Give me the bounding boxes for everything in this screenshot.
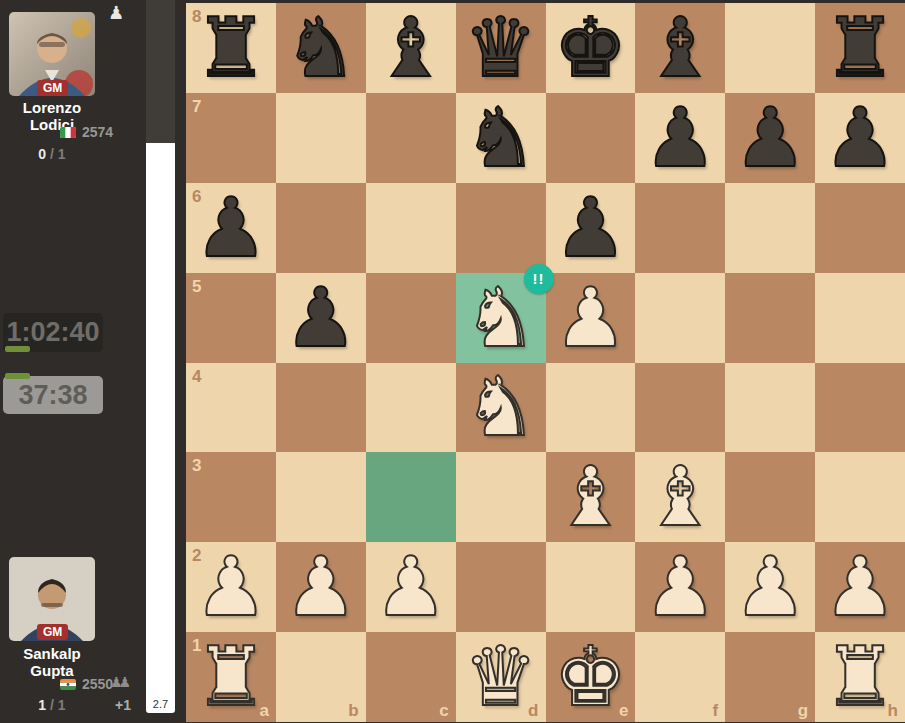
square-g3[interactable] <box>725 452 815 542</box>
piece-white-bishop[interactable]: ♝ <box>554 456 628 538</box>
clock-bottom-player: 37:38 <box>3 376 103 414</box>
file-label-c: c <box>439 702 448 719</box>
clock-increment-bar-top <box>5 346 30 352</box>
square-e2[interactable] <box>546 542 636 632</box>
piece-black-pawn[interactable]: ♟ <box>194 187 268 269</box>
square-h1[interactable]: h♜ <box>815 632 905 722</box>
rank-label-5: 5 <box>192 278 201 295</box>
square-b4[interactable] <box>276 363 366 453</box>
square-d8[interactable]: ♛ <box>456 3 546 93</box>
square-d6[interactable] <box>456 183 546 273</box>
piece-black-king[interactable]: ♚ <box>554 7 628 89</box>
piece-white-queen[interactable]: ♛ <box>464 636 538 718</box>
square-c3[interactable] <box>366 452 456 542</box>
square-g5[interactable] <box>725 273 815 363</box>
square-c7[interactable] <box>366 93 456 183</box>
square-c6[interactable] <box>366 183 456 273</box>
score-total-top: / 1 <box>50 146 66 162</box>
file-label-h: h <box>888 702 898 719</box>
evaluation-score: 2.7 <box>146 698 175 710</box>
square-c8[interactable]: ♝ <box>366 3 456 93</box>
square-a1[interactable]: 1a♜ <box>186 632 276 722</box>
square-b5[interactable]: ♟ <box>276 273 366 363</box>
clock-top-player: 1:02:40 <box>3 313 103 352</box>
evaluation-bar: 2.7 <box>146 0 175 713</box>
square-b7[interactable] <box>276 93 366 183</box>
square-h2[interactable]: ♟ <box>815 542 905 632</box>
piece-white-king[interactable]: ♚ <box>554 636 628 718</box>
piece-black-knight[interactable]: ♞ <box>464 97 538 179</box>
square-d5[interactable]: !!♞ <box>456 273 546 363</box>
evaluation-bar-black-section <box>146 0 175 143</box>
piece-black-rook[interactable]: ♜ <box>194 7 268 89</box>
piece-white-pawn[interactable]: ♟ <box>284 546 358 628</box>
square-c5[interactable] <box>366 273 456 363</box>
square-c1[interactable]: c <box>366 632 456 722</box>
rank-label-6: 6 <box>192 188 201 205</box>
rating-bottom: 2550 <box>82 676 113 692</box>
square-e3[interactable]: ♝ <box>546 452 636 542</box>
rating-row-top: 2574 <box>60 124 113 140</box>
members-pair-icon: ♟♟ <box>110 675 127 689</box>
piece-white-pawn[interactable]: ♟ <box>374 546 448 628</box>
square-h7[interactable]: ♟ <box>815 93 905 183</box>
square-d4[interactable]: ♞ <box>456 363 546 453</box>
piece-white-pawn[interactable]: ♟ <box>644 546 718 628</box>
square-e6[interactable]: ♟ <box>546 183 636 273</box>
square-g2[interactable]: ♟ <box>725 542 815 632</box>
square-a2[interactable]: 2♟ <box>186 542 276 632</box>
piece-black-rook[interactable]: ♜ <box>823 7 897 89</box>
square-f7[interactable]: ♟ <box>635 93 725 183</box>
piece-black-bishop[interactable]: ♝ <box>644 7 718 89</box>
score-total-bottom: / 1 <box>50 697 66 713</box>
clock-increment-bar-bottom <box>5 373 30 379</box>
square-a3[interactable]: 3 <box>186 452 276 542</box>
square-d1[interactable]: d♛ <box>456 632 546 722</box>
square-b8[interactable]: ♞ <box>276 3 366 93</box>
square-f8[interactable]: ♝ <box>635 3 725 93</box>
file-label-d: d <box>528 702 538 719</box>
square-a6[interactable]: 6♟ <box>186 183 276 273</box>
square-f6[interactable] <box>635 183 725 273</box>
square-a5[interactable]: 5 <box>186 273 276 363</box>
square-d7[interactable]: ♞ <box>456 93 546 183</box>
piece-black-queen[interactable]: ♛ <box>464 7 538 89</box>
square-f3[interactable]: ♝ <box>635 452 725 542</box>
piece-black-pawn[interactable]: ♟ <box>284 277 358 359</box>
player-sidebar: ♟ GM Lorenzo Lodici 2574 0 / 1 1:02:40 3… <box>0 0 146 723</box>
italy-flag-icon <box>60 127 76 138</box>
square-a8[interactable]: 8♜ <box>186 3 276 93</box>
brilliant-move-badge: !! <box>524 264 554 294</box>
title-badge-top: GM <box>37 80 68 96</box>
rating-top: 2574 <box>82 124 113 140</box>
score-row-top: 0 / 1 <box>0 146 104 162</box>
black-side-pawn-icon: ♟ <box>108 4 124 22</box>
square-h3[interactable] <box>815 452 905 542</box>
square-d2[interactable] <box>456 542 546 632</box>
title-badge-bottom: GM <box>37 624 68 640</box>
piece-black-pawn[interactable]: ♟ <box>733 97 807 179</box>
piece-black-pawn[interactable]: ♟ <box>644 97 718 179</box>
clock-time-top: 1:02:40 <box>6 317 99 348</box>
square-c4[interactable] <box>366 363 456 453</box>
square-f1[interactable]: f <box>635 632 725 722</box>
square-a4[interactable]: 4 <box>186 363 276 453</box>
file-label-f: f <box>713 702 719 719</box>
india-flag-icon <box>60 679 76 690</box>
file-label-g: g <box>798 702 808 719</box>
piece-white-pawn[interactable]: ♟ <box>554 277 628 359</box>
rank-label-4: 4 <box>192 368 201 385</box>
player-name-bottom[interactable]: Sankalp Gupta <box>0 645 104 679</box>
rank-label-2: 2 <box>192 547 201 564</box>
piece-white-pawn[interactable]: ♟ <box>733 546 807 628</box>
score-row-bottom: 1 / 1 <box>0 697 104 713</box>
rank-label-7: 7 <box>192 98 201 115</box>
square-e4[interactable] <box>546 363 636 453</box>
score-value-bottom: 1 <box>38 697 46 713</box>
square-d3[interactable] <box>456 452 546 542</box>
piece-white-rook[interactable]: ♜ <box>194 636 268 718</box>
square-e7[interactable] <box>546 93 636 183</box>
square-g7[interactable]: ♟ <box>725 93 815 183</box>
file-label-b: b <box>348 702 358 719</box>
file-label-a: a <box>259 702 268 719</box>
square-h5[interactable] <box>815 273 905 363</box>
square-c2[interactable]: ♟ <box>366 542 456 632</box>
square-g1[interactable]: g <box>725 632 815 722</box>
rating-row-bottom: 2550 <box>60 676 113 692</box>
square-b1[interactable]: b <box>276 632 366 722</box>
piece-white-bishop[interactable]: ♝ <box>644 456 718 538</box>
square-b2[interactable]: ♟ <box>276 542 366 632</box>
piece-white-pawn[interactable]: ♟ <box>194 546 268 628</box>
clock-time-bottom: 37:38 <box>18 380 87 411</box>
piece-black-bishop[interactable]: ♝ <box>374 7 448 89</box>
square-g6[interactable] <box>725 183 815 273</box>
piece-white-rook[interactable]: ♜ <box>823 636 897 718</box>
square-f5[interactable] <box>635 273 725 363</box>
square-h4[interactable] <box>815 363 905 453</box>
score-value-top: 0 <box>38 146 46 162</box>
piece-white-knight[interactable]: ♞ <box>464 366 538 448</box>
piece-white-pawn[interactable]: ♟ <box>823 546 897 628</box>
square-e5[interactable]: ♟ <box>546 273 636 363</box>
square-e8[interactable]: ♚ <box>546 3 636 93</box>
chess-board[interactable]: 8♜♞♝♛♚♝♜7♞♟♟♟6♟♟5♟!!♞♟4♞3♝♝2♟♟♟♟♟♟1a♜bcd… <box>186 3 905 722</box>
file-label-e: e <box>619 702 628 719</box>
square-b6[interactable] <box>276 183 366 273</box>
square-f2[interactable]: ♟ <box>635 542 725 632</box>
score-bonus: +1 <box>110 697 136 713</box>
square-h8[interactable]: ♜ <box>815 3 905 93</box>
piece-black-pawn[interactable]: ♟ <box>823 97 897 179</box>
piece-black-knight[interactable]: ♞ <box>284 7 358 89</box>
rank-label-3: 3 <box>192 457 201 474</box>
square-f4[interactable] <box>635 363 725 453</box>
square-a7[interactable]: 7 <box>186 93 276 183</box>
square-b3[interactable] <box>276 452 366 542</box>
square-h6[interactable] <box>815 183 905 273</box>
square-g8[interactable] <box>725 3 815 93</box>
piece-black-pawn[interactable]: ♟ <box>554 187 628 269</box>
rank-label-8: 8 <box>192 8 201 25</box>
square-e1[interactable]: e♚ <box>546 632 636 722</box>
piece-white-knight[interactable]: ♞ <box>464 277 538 359</box>
square-g4[interactable] <box>725 363 815 453</box>
rank-label-1: 1 <box>192 637 201 654</box>
